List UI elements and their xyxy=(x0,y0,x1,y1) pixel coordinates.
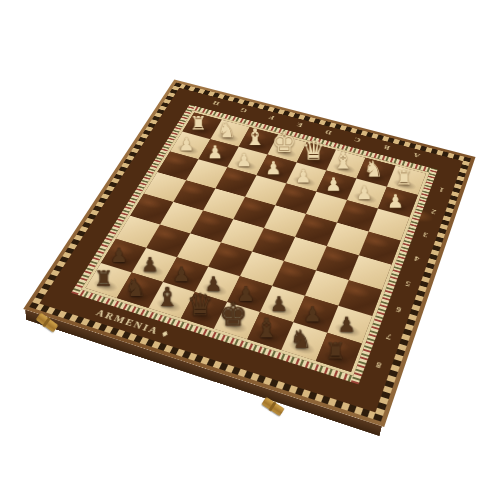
piece-black-pawn-b7: ♟ xyxy=(303,304,321,325)
square-f4 xyxy=(203,188,245,219)
square-b4 xyxy=(327,223,369,256)
rank-labels: 12345678 xyxy=(174,80,475,157)
file-label-e: E xyxy=(295,121,303,128)
file-label-g: G xyxy=(239,107,248,114)
piece-black-knight-b8: ♞ xyxy=(289,327,312,352)
square-d1: ♛ xyxy=(297,142,336,170)
mosaic-inlay-strip-far xyxy=(187,105,438,174)
square-h4 xyxy=(144,172,186,202)
square-b1: ♞ xyxy=(356,158,395,187)
square-h5 xyxy=(130,193,173,224)
square-g3 xyxy=(186,159,227,188)
piece-white-pawn-c2: ♟ xyxy=(325,175,342,193)
checker-inlay-strip-far xyxy=(174,83,471,163)
piece-white-knight-g1: ♞ xyxy=(217,120,236,141)
square-g2: ♟ xyxy=(198,139,238,167)
square-f1: ♝ xyxy=(239,127,278,154)
piece-black-knight-g8: ♞ xyxy=(124,276,146,300)
product-photo-canvas: ♜♞♝♚♛♝♞♜♟♟♟♟♟♟♟♟♟♟♟♟♟♟♟♟♜♞♝♛♚♝♞♜ HGFEDCB… xyxy=(0,0,500,500)
square-g4 xyxy=(173,180,215,210)
square-g5 xyxy=(160,202,203,233)
square-h3 xyxy=(157,151,198,180)
piece-black-king-d8: ♚ xyxy=(218,298,247,331)
rank-label-2: 2 xyxy=(430,208,437,216)
piece-white-bishop-f1: ♝ xyxy=(244,125,265,148)
piece-white-rook-h1: ♜ xyxy=(189,114,206,133)
board-3d-scene: ♜♞♝♚♛♝♞♜♟♟♟♟♟♟♟♟♟♟♟♟♟♟♟♟♜♞♝♛♚♝♞♜ HGFEDCB… xyxy=(0,0,500,500)
chess-board: ♜♞♝♚♛♝♞♜♟♟♟♟♟♟♟♟♟♟♟♟♟♟♟♟♜♞♝♛♚♝♞♜ HGFEDCB… xyxy=(23,80,475,427)
square-c1: ♝ xyxy=(326,150,365,179)
piece-white-pawn-b2: ♟ xyxy=(355,183,372,202)
piece-black-bishop-c8: ♝ xyxy=(254,314,279,341)
file-label-h: H xyxy=(211,99,220,106)
piece-white-pawn-e2: ♟ xyxy=(265,159,281,177)
piece-white-queen-d1: ♛ xyxy=(301,138,325,164)
square-c2: ♟ xyxy=(316,170,356,200)
square-b2: ♟ xyxy=(347,178,387,208)
square-f2: ♟ xyxy=(227,147,267,175)
piece-white-pawn-f2: ♟ xyxy=(235,151,251,169)
piece-black-bishop-f8: ♝ xyxy=(155,283,179,310)
square-b3 xyxy=(337,200,378,231)
square-e1: ♚ xyxy=(267,135,306,163)
square-h1: ♜ xyxy=(182,112,221,139)
square-c3 xyxy=(306,192,347,223)
file-label-b: B xyxy=(382,144,390,151)
piece-black-rook-a8: ♜ xyxy=(325,340,346,363)
piece-white-pawn-a2: ♟ xyxy=(387,192,404,211)
square-e4 xyxy=(233,197,275,228)
piece-white-pawn-d2: ♟ xyxy=(295,167,311,185)
piece-black-pawn-g7: ♟ xyxy=(141,255,159,275)
square-d3 xyxy=(275,183,316,213)
file-labels: HGFEDCBA xyxy=(174,80,475,157)
square-e3 xyxy=(245,175,286,205)
square-e2: ♟ xyxy=(257,155,297,184)
square-g1: ♞ xyxy=(210,120,249,147)
rank-label-1: 1 xyxy=(438,186,445,194)
square-d2: ♟ xyxy=(286,162,326,191)
piece-white-rook-a1: ♜ xyxy=(395,168,413,188)
square-h2: ♟ xyxy=(170,132,210,160)
file-label-a: A xyxy=(412,151,420,159)
square-f3 xyxy=(215,167,256,197)
piece-white-pawn-g2: ♟ xyxy=(207,143,223,161)
piece-black-pawn-h7: ♟ xyxy=(110,245,128,265)
file-label-d: D xyxy=(324,129,333,136)
piece-white-bishop-c1: ♝ xyxy=(332,148,353,172)
file-label-f: F xyxy=(267,114,275,121)
piece-black-pawn-a7: ♟ xyxy=(337,314,356,335)
square-a2: ♟ xyxy=(378,187,418,218)
square-a1: ♜ xyxy=(387,166,426,195)
piece-black-rook-h8: ♜ xyxy=(94,268,114,290)
piece-white-king-e1: ♚ xyxy=(271,128,296,156)
piece-white-pawn-h2: ♟ xyxy=(178,135,194,153)
piece-white-knight-b1: ♞ xyxy=(363,158,383,180)
piece-black-queen-e8: ♛ xyxy=(186,290,213,320)
file-label-c: C xyxy=(353,136,361,143)
